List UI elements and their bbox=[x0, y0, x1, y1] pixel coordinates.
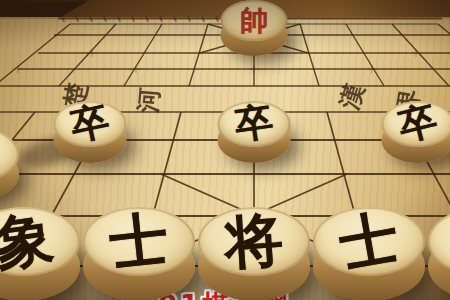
piece-character: 帥 bbox=[221, 0, 288, 41]
piece-black-advisor[interactable]: 士 bbox=[313, 207, 425, 300]
piece-black-soldier[interactable]: 卒 bbox=[382, 101, 450, 162]
piece-face: 卒 bbox=[218, 101, 291, 146]
piece-character: 士 bbox=[80, 201, 199, 282]
piece-black-soldier[interactable]: 卒 bbox=[218, 101, 291, 162]
piece-face: 象 bbox=[0, 207, 80, 276]
svg-text:漢: 漢 bbox=[334, 80, 370, 114]
piece-face: 象 bbox=[428, 207, 450, 276]
piece-face: 卒 bbox=[54, 101, 127, 146]
piece-red-marshal[interactable]: 帥 bbox=[221, 0, 288, 56]
piece-face: 将 bbox=[198, 207, 310, 276]
piece-face: 帥 bbox=[221, 0, 288, 41]
piece-black-elephant[interactable]: 象 bbox=[428, 207, 450, 300]
piece-face: 炮 bbox=[0, 127, 19, 182]
piece-black-elephant[interactable]: 象 bbox=[0, 207, 80, 300]
svg-text:河: 河 bbox=[133, 87, 164, 115]
piece-face: 士 bbox=[313, 207, 425, 276]
piece-black-advisor[interactable]: 士 bbox=[83, 207, 195, 300]
piece-face: 卒 bbox=[382, 101, 450, 146]
piece-face: 士 bbox=[83, 207, 195, 276]
piece-black-general[interactable]: 将 bbox=[198, 207, 310, 300]
piece-character: 象 bbox=[428, 207, 450, 276]
xiangqi-photo-scene: 楚河漢界 帥卒卒卒炮象士将士象 01棋艺网 bbox=[0, 0, 450, 300]
piece-black-cannon[interactable]: 炮 bbox=[0, 127, 19, 201]
piece-character: 将 bbox=[196, 203, 313, 280]
piece-black-soldier[interactable]: 卒 bbox=[54, 101, 127, 162]
